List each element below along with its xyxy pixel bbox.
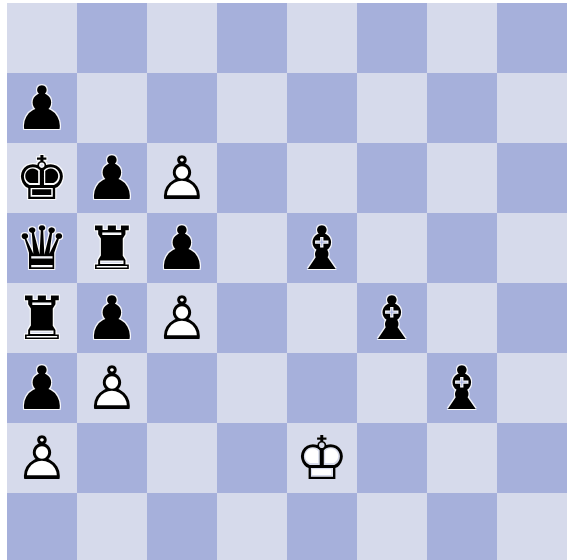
square-b8[interactable]	[77, 3, 147, 73]
square-e6[interactable]	[287, 143, 357, 213]
black-pawn-piece[interactable]: ♟	[147, 213, 217, 283]
square-a3[interactable]: ♟	[7, 353, 77, 423]
chess-board: ♟♚♟♟♙♛♜♟♝♜♟♟♙♝♟♟♙♝♟♙♚♔	[7, 3, 567, 560]
black-bishop-piece[interactable]: ♝	[357, 283, 427, 353]
square-b4[interactable]: ♟	[77, 283, 147, 353]
square-f2[interactable]	[357, 423, 427, 493]
square-e2[interactable]: ♚♔	[287, 423, 357, 493]
white-pawn-outline: ♙	[77, 353, 147, 423]
board-container: ♟♚♟♟♙♛♜♟♝♜♟♟♙♝♟♟♙♝♟♙♚♔	[0, 0, 570, 560]
square-d6[interactable]	[217, 143, 287, 213]
square-c8[interactable]	[147, 3, 217, 73]
square-f7[interactable]	[357, 73, 427, 143]
square-d3[interactable]	[217, 353, 287, 423]
square-c6[interactable]: ♟♙	[147, 143, 217, 213]
square-c2[interactable]	[147, 423, 217, 493]
square-h4[interactable]	[497, 283, 567, 353]
square-a1[interactable]	[7, 493, 77, 560]
square-g2[interactable]	[427, 423, 497, 493]
square-b7[interactable]	[77, 73, 147, 143]
square-c3[interactable]	[147, 353, 217, 423]
square-f6[interactable]	[357, 143, 427, 213]
square-d8[interactable]	[217, 3, 287, 73]
black-king-piece[interactable]: ♚	[7, 143, 77, 213]
white-pawn-piece[interactable]: ♟♙	[147, 143, 217, 213]
square-c1[interactable]	[147, 493, 217, 560]
square-a5[interactable]: ♛	[7, 213, 77, 283]
white-pawn-outline: ♙	[147, 143, 217, 213]
square-b2[interactable]	[77, 423, 147, 493]
square-h2[interactable]	[497, 423, 567, 493]
square-h3[interactable]	[497, 353, 567, 423]
square-g6[interactable]	[427, 143, 497, 213]
square-c5[interactable]: ♟	[147, 213, 217, 283]
square-c4[interactable]: ♟♙	[147, 283, 217, 353]
white-king-outline: ♔	[287, 423, 357, 493]
square-e5[interactable]: ♝	[287, 213, 357, 283]
square-f3[interactable]	[357, 353, 427, 423]
white-pawn-piece[interactable]: ♟♙	[77, 353, 147, 423]
square-h1[interactable]	[497, 493, 567, 560]
square-g5[interactable]	[427, 213, 497, 283]
white-pawn-piece[interactable]: ♟♙	[147, 283, 217, 353]
black-rook-piece[interactable]: ♜	[77, 213, 147, 283]
white-pawn-piece[interactable]: ♟♙	[7, 423, 77, 493]
square-d4[interactable]	[217, 283, 287, 353]
square-e3[interactable]	[287, 353, 357, 423]
square-f5[interactable]	[357, 213, 427, 283]
square-e1[interactable]	[287, 493, 357, 560]
square-b3[interactable]: ♟♙	[77, 353, 147, 423]
white-pawn-outline: ♙	[7, 423, 77, 493]
square-c7[interactable]	[147, 73, 217, 143]
square-g4[interactable]	[427, 283, 497, 353]
square-e8[interactable]	[287, 3, 357, 73]
square-h8[interactable]	[497, 3, 567, 73]
square-f1[interactable]	[357, 493, 427, 560]
black-pawn-piece[interactable]: ♟	[77, 143, 147, 213]
black-pawn-piece[interactable]: ♟	[77, 283, 147, 353]
square-e4[interactable]	[287, 283, 357, 353]
square-a2[interactable]: ♟♙	[7, 423, 77, 493]
square-h7[interactable]	[497, 73, 567, 143]
square-a7[interactable]: ♟	[7, 73, 77, 143]
black-pawn-piece[interactable]: ♟	[7, 73, 77, 143]
square-a8[interactable]	[7, 3, 77, 73]
square-d5[interactable]	[217, 213, 287, 283]
square-a6[interactable]: ♚	[7, 143, 77, 213]
square-d2[interactable]	[217, 423, 287, 493]
square-f4[interactable]: ♝	[357, 283, 427, 353]
square-f8[interactable]	[357, 3, 427, 73]
black-pawn-piece[interactable]: ♟	[7, 353, 77, 423]
square-g3[interactable]: ♝	[427, 353, 497, 423]
white-pawn-outline: ♙	[147, 283, 217, 353]
black-bishop-piece[interactable]: ♝	[287, 213, 357, 283]
square-a4[interactable]: ♜	[7, 283, 77, 353]
square-g8[interactable]	[427, 3, 497, 73]
square-b5[interactable]: ♜	[77, 213, 147, 283]
black-queen-piece[interactable]: ♛	[7, 213, 77, 283]
square-g7[interactable]	[427, 73, 497, 143]
square-e7[interactable]	[287, 73, 357, 143]
square-b1[interactable]	[77, 493, 147, 560]
square-h6[interactable]	[497, 143, 567, 213]
square-g1[interactable]	[427, 493, 497, 560]
black-bishop-piece[interactable]: ♝	[427, 353, 497, 423]
white-king-piece[interactable]: ♚♔	[287, 423, 357, 493]
square-h5[interactable]	[497, 213, 567, 283]
square-d7[interactable]	[217, 73, 287, 143]
square-b6[interactable]: ♟	[77, 143, 147, 213]
black-rook-piece[interactable]: ♜	[7, 283, 77, 353]
square-d1[interactable]	[217, 493, 287, 560]
